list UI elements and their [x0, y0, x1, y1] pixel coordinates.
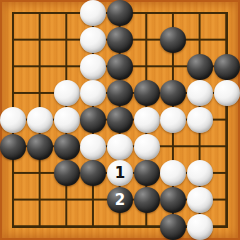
stone-black — [160, 214, 186, 240]
stone-white — [54, 107, 80, 133]
stone-black — [134, 160, 160, 186]
stone-black — [134, 187, 160, 213]
stone-white — [80, 54, 106, 80]
stone-white — [54, 80, 80, 106]
stone-white — [134, 134, 160, 160]
stone-black — [107, 54, 133, 80]
stone-white — [80, 134, 106, 160]
stone-white — [187, 187, 213, 213]
stone-white — [187, 214, 213, 240]
stone-black — [214, 54, 240, 80]
stone-black — [54, 134, 80, 160]
stone-white — [107, 134, 133, 160]
stone-black — [0, 134, 26, 160]
go-board[interactable]: 12 — [0, 0, 240, 240]
stone-white — [187, 107, 213, 133]
stone-black — [27, 134, 53, 160]
stone-black — [107, 27, 133, 53]
stone-white — [214, 80, 240, 106]
stone-black — [134, 80, 160, 106]
stone-black — [187, 54, 213, 80]
stone-black — [54, 160, 80, 186]
stone-black — [107, 107, 133, 133]
stone-white — [27, 107, 53, 133]
stone-white — [134, 107, 160, 133]
move-2-stone: 2 — [107, 187, 133, 213]
